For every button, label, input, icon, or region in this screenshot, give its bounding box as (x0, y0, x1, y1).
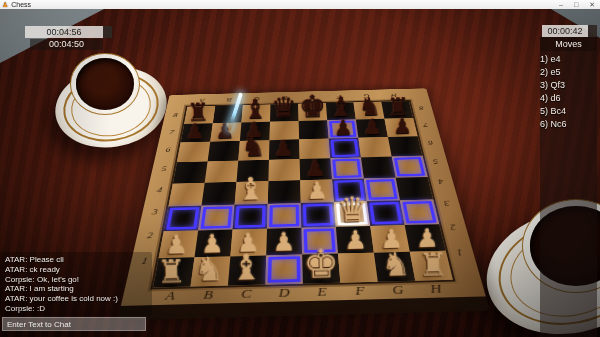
window-title: Chess (11, 1, 31, 9)
move-clock: 00:00:42 (542, 25, 588, 37)
window-titlebar: ♟ Chess – □ ✕ (0, 0, 600, 9)
maximize-button[interactable]: □ (574, 1, 578, 9)
chat-message: ATAR: I am starting (5, 284, 205, 294)
minimize-button[interactable]: – (559, 1, 563, 9)
moves-list: 1) e42) e53) Qf34) d65) Bc46) Nc6 (540, 53, 597, 131)
move-entry: 5) Bc4 (540, 105, 597, 118)
chat-message: ATAR: your coffee is cold now :) (5, 294, 205, 304)
app-pawn-icon: ♟ (2, 1, 8, 8)
chat-log: ATAR: Please cliATAR: ck readyCorpsie: O… (5, 255, 205, 314)
chat-message: ATAR: ck ready (5, 265, 205, 275)
move-entry: 1) e4 (540, 53, 597, 66)
move-clock-notch (588, 25, 597, 37)
hud-overlay: 00:04:56 00:04:50 00:00:42 Moves 1) e42)… (0, 9, 600, 337)
black-clock: 00:04:50 (30, 39, 103, 50)
window-controls: – □ ✕ (559, 1, 595, 9)
close-button[interactable]: ✕ (589, 1, 595, 9)
chat-message: Corpsie: Ok, let's go! (5, 275, 205, 285)
move-entry: 3) Qf3 (540, 79, 597, 92)
move-entry: 6) Nc6 (540, 118, 597, 131)
move-entry: 4) d6 (540, 92, 597, 105)
moves-header: Moves (540, 37, 597, 51)
game-scene: ABCDEFGH 87654321 87654321 ♜♝♛♚♝♞♜♟♟♟♟♟♟… (0, 9, 600, 337)
move-entry: 2) e5 (540, 66, 597, 79)
chess-app-window: ♟ Chess – □ ✕ ABCDEFGH 87654321 87654321… (0, 0, 600, 337)
chat-message: ATAR: Please cli (5, 255, 205, 265)
chat-input[interactable] (2, 317, 146, 331)
white-clock: 00:04:56 (25, 26, 103, 38)
chat-message: Corpsie: :D (5, 304, 205, 314)
white-clock-notch (103, 26, 112, 38)
